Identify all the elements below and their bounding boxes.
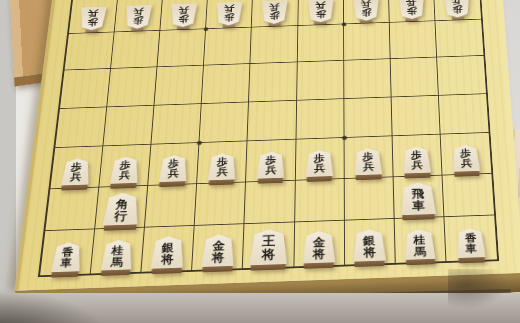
shogi-piece-sente-knight[interactable]: 桂馬 (404, 229, 436, 260)
piece-kanji-label: 歩兵 (314, 152, 325, 175)
piece-kanji-label: 銀将 (363, 232, 376, 258)
piece-face: 銀将 (353, 229, 386, 262)
shogi-piece-sente-silver[interactable]: 銀将 (353, 229, 386, 262)
board-square-9d[interactable] (64, 32, 114, 71)
board-square-1h[interactable] (442, 174, 494, 218)
piece-face: 金将 (201, 234, 235, 267)
shogi-piece-sente-rook[interactable]: 飛車 (400, 182, 436, 216)
piece-kanji-label: 銀将 (161, 239, 175, 265)
board-square-5g[interactable]: 歩兵 (246, 140, 296, 182)
piece-kanji-label: 歩兵 (315, 1, 325, 21)
board-square-2g[interactable]: 歩兵 (392, 135, 442, 177)
board-square-4g[interactable]: 歩兵 (295, 138, 344, 180)
piece-face: 歩兵 (306, 150, 334, 177)
shogi-piece-gote-pawn[interactable]: 歩兵 (444, 0, 471, 18)
piece-kanji-label: 歩兵 (265, 154, 277, 177)
board-square-4e[interactable] (297, 61, 344, 101)
piece-face: 歩兵 (354, 148, 382, 175)
piece-kanji-label: 歩兵 (406, 0, 417, 17)
piece-kanji-label: 歩兵 (167, 157, 179, 180)
piece-face: 歩兵 (257, 151, 285, 178)
shogi-piece-sente-pawn[interactable]: 歩兵 (306, 150, 334, 177)
piece-face: 桂馬 (404, 229, 436, 260)
board-square-9c[interactable]: 歩兵 (69, 0, 118, 34)
shogi-piece-sente-bishop[interactable]: 角行 (102, 192, 140, 226)
board-square-9f[interactable] (55, 107, 107, 148)
board-square-6c[interactable]: 歩兵 (206, 0, 253, 29)
piece-kanji-label: 香車 (60, 245, 74, 269)
right-edge-shadow (448, 269, 508, 309)
board-square-8g[interactable]: 歩兵 (99, 145, 151, 188)
piece-face: 歩兵 (124, 5, 152, 29)
piece-kanji-label: 歩兵 (118, 159, 131, 182)
board-square-7c[interactable]: 歩兵 (161, 0, 209, 30)
board-square-9h[interactable] (45, 187, 99, 231)
board-square-3h[interactable] (344, 177, 394, 221)
piece-kanji-label: 角行 (114, 196, 129, 222)
board-square-6g[interactable]: 歩兵 (197, 142, 248, 184)
piece-face: 歩兵 (353, 0, 379, 21)
board-square-2d[interactable] (389, 21, 436, 59)
board-square-1d[interactable] (435, 19, 483, 57)
board-square-8h[interactable]: 角行 (95, 186, 148, 230)
piece-face: 香車 (456, 228, 486, 258)
shogi-piece-gote-pawn[interactable]: 歩兵 (262, 0, 288, 24)
board-square-6i[interactable]: 金将 (192, 224, 244, 270)
shogi-piece-gote-pawn[interactable]: 歩兵 (398, 0, 425, 19)
board-square-9g[interactable]: 歩兵 (50, 147, 103, 190)
piece-face: 角行 (102, 192, 140, 226)
board-square-7e[interactable] (155, 66, 205, 106)
piece-kanji-label: 歩兵 (224, 4, 235, 24)
piece-face: 歩兵 (110, 156, 140, 183)
board-square-5e[interactable] (249, 62, 297, 102)
shogi-piece-sente-pawn[interactable]: 歩兵 (451, 144, 480, 171)
board-square-6f[interactable] (200, 102, 250, 143)
piece-face: 歩兵 (307, 0, 333, 22)
board-square-4c[interactable]: 歩兵 (298, 0, 344, 26)
shogi-piece-sente-lance[interactable]: 香車 (456, 228, 486, 258)
piece-kanji-label: 金将 (313, 234, 325, 260)
piece-kanji-label: 飛車 (411, 186, 424, 212)
board-square-8c[interactable]: 歩兵 (115, 0, 164, 32)
piece-kanji-label: 歩兵 (411, 149, 423, 172)
piece-face: 歩兵 (216, 2, 243, 26)
board-square-1c[interactable]: 歩兵 (434, 0, 481, 21)
piece-face: 歩兵 (79, 6, 107, 30)
board-square-3i[interactable]: 銀将 (345, 219, 396, 264)
shogi-piece-sente-pawn[interactable]: 歩兵 (257, 151, 285, 178)
board-square-2i[interactable]: 桂馬 (394, 218, 446, 263)
board-square-5d[interactable] (251, 26, 298, 64)
board-square-4d[interactable] (297, 24, 344, 62)
piece-face: 香車 (51, 242, 83, 272)
board-square-9e[interactable] (60, 69, 111, 109)
board-square-3c[interactable]: 歩兵 (344, 0, 390, 24)
piece-kanji-label: 歩兵 (460, 147, 472, 170)
shogi-piece-sente-pawn[interactable]: 歩兵 (403, 146, 432, 173)
board-square-2f[interactable] (391, 96, 440, 137)
shogi-piece-sente-pawn[interactable]: 歩兵 (159, 155, 188, 182)
shogi-piece-sente-pawn[interactable]: 歩兵 (208, 153, 237, 180)
piece-kanji-label: 歩兵 (87, 8, 99, 28)
corner-shadow (0, 289, 110, 323)
shogi-piece-gote-pawn[interactable]: 歩兵 (307, 0, 333, 22)
piece-kanji-label: 金将 (211, 237, 225, 263)
piece-kanji-label: 桂馬 (413, 232, 426, 257)
piece-face: 歩兵 (398, 0, 425, 19)
board-square-8i[interactable]: 桂馬 (91, 228, 145, 274)
piece-kanji-label: 歩兵 (216, 155, 228, 178)
board-square-8f[interactable] (103, 105, 154, 146)
board-square-1i[interactable]: 香車 (444, 216, 497, 261)
board-square-7d[interactable] (158, 29, 207, 67)
piece-face: 歩兵 (451, 144, 480, 171)
shogi-piece-gote-pawn[interactable]: 歩兵 (170, 3, 197, 27)
board-square-5c[interactable]: 歩兵 (252, 0, 298, 27)
piece-kanji-label: 王将 (262, 233, 276, 261)
piece-kanji-label: 歩兵 (69, 160, 82, 183)
shogi-piece-gote-pawn[interactable]: 歩兵 (124, 5, 152, 29)
board-square-5i[interactable]: 王将 (243, 223, 294, 268)
piece-face: 王将 (249, 229, 287, 266)
shogi-piece-sente-silver[interactable]: 銀将 (150, 236, 185, 269)
board-square-7g[interactable]: 歩兵 (148, 143, 199, 185)
board-square-6h[interactable] (195, 182, 246, 226)
board-square-3d[interactable] (344, 22, 391, 60)
board-square-4i[interactable]: 金将 (294, 221, 345, 266)
board-square-7i[interactable]: 銀将 (142, 226, 195, 272)
board-square-3e[interactable] (344, 59, 392, 99)
piece-face: 飛車 (400, 182, 436, 216)
shogi-piece-sente-gold[interactable]: 金将 (302, 230, 335, 263)
board-square-9i[interactable]: 香車 (40, 230, 95, 276)
board-square-5h[interactable] (245, 181, 296, 225)
piece-kanji-label: 桂馬 (110, 242, 124, 267)
shogi-board-photo: 香車桂馬銀将金将玉将金将銀将桂馬香車飛車角行歩兵歩兵歩兵歩兵歩兵歩兵歩兵歩兵歩兵… (0, 0, 520, 323)
board-square-1g[interactable]: 歩兵 (441, 133, 492, 175)
piece-face: 歩兵 (170, 3, 197, 27)
board-square-5f[interactable] (248, 100, 297, 141)
shogi-piece-sente-knight[interactable]: 桂馬 (101, 239, 134, 270)
board-square-6d[interactable] (204, 27, 252, 65)
piece-kanji-label: 歩兵 (452, 0, 463, 15)
piece-kanji-label: 歩兵 (270, 2, 281, 22)
board-square-3g[interactable]: 歩兵 (344, 136, 393, 178)
piece-kanji-label: 歩兵 (363, 150, 374, 173)
board-square-2c[interactable]: 歩兵 (389, 0, 436, 22)
board-square-1e[interactable] (437, 56, 486, 96)
shogi-piece-sente-pawn[interactable]: 歩兵 (110, 156, 140, 183)
shogi-piece-gote-pawn[interactable]: 歩兵 (79, 6, 107, 30)
shogi-piece-sente-pawn[interactable]: 歩兵 (61, 158, 92, 185)
piece-kanji-label: 歩兵 (178, 5, 190, 25)
piece-face: 歩兵 (208, 153, 237, 180)
piece-face: 歩兵 (61, 158, 92, 185)
board-square-7f[interactable] (152, 104, 202, 145)
piece-face: 歩兵 (444, 0, 471, 18)
shogi-piece-sente-king[interactable]: 王将 (249, 229, 287, 266)
board-square-2h[interactable]: 飛車 (393, 175, 444, 219)
piece-face: 桂馬 (101, 239, 134, 270)
board-square-7h[interactable] (145, 184, 197, 228)
piece-face: 歩兵 (403, 146, 432, 173)
shogi-board: 香車桂馬銀将金将玉将金将銀将桂馬香車飛車角行歩兵歩兵歩兵歩兵歩兵歩兵歩兵歩兵歩兵… (14, 0, 520, 291)
board-square-4h[interactable] (295, 179, 345, 223)
shogi-piece-gote-pawn[interactable]: 歩兵 (216, 2, 243, 26)
piece-kanji-label: 香車 (464, 231, 477, 255)
perspective-scene: 香車桂馬銀将金将玉将金将銀将桂馬香車飛車角行歩兵歩兵歩兵歩兵歩兵歩兵歩兵歩兵歩兵… (0, 0, 520, 323)
camera-tilt-layer: 香車桂馬銀将金将玉将金将銀将桂馬香車飛車角行歩兵歩兵歩兵歩兵歩兵歩兵歩兵歩兵歩兵… (0, 0, 520, 323)
piece-face: 銀将 (150, 236, 185, 269)
board-square-2e[interactable] (390, 58, 438, 98)
piece-kanji-label: 歩兵 (361, 0, 372, 19)
piece-face: 歩兵 (262, 0, 288, 24)
board-square-6e[interactable] (202, 64, 251, 104)
board-square-8e[interactable] (107, 67, 157, 107)
board-square-3f[interactable] (344, 97, 392, 138)
shogi-piece-sente-lance[interactable]: 香車 (51, 242, 83, 272)
shogi-piece-sente-gold[interactable]: 金将 (201, 234, 235, 267)
shogi-piece-gote-pawn[interactable]: 歩兵 (353, 0, 379, 21)
board-square-8d[interactable] (111, 30, 160, 69)
board-square-1f[interactable] (439, 94, 489, 135)
piece-face: 歩兵 (159, 155, 188, 182)
piece-kanji-label: 歩兵 (132, 7, 144, 27)
shogi-piece-sente-pawn[interactable]: 歩兵 (354, 148, 382, 175)
board-square-4f[interactable] (296, 99, 344, 140)
piece-face: 金将 (302, 230, 335, 263)
board-grid: 香車桂馬銀将金将玉将金将銀将桂馬香車飛車角行歩兵歩兵歩兵歩兵歩兵歩兵歩兵歩兵歩兵… (38, 0, 499, 277)
